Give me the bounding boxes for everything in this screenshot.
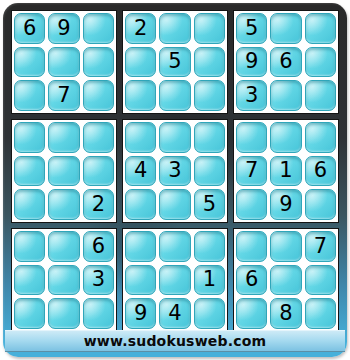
- sudoku-cell[interactable]: [305, 13, 336, 44]
- sudoku-cell[interactable]: [236, 231, 267, 262]
- sudoku-cell[interactable]: [159, 231, 190, 262]
- sudoku-cell[interactable]: [14, 156, 45, 187]
- sudoku-box: 194: [122, 228, 228, 332]
- sudoku-cell[interactable]: 7: [48, 80, 79, 111]
- sudoku-cell[interactable]: [14, 298, 45, 329]
- sudoku-cell[interactable]: [270, 80, 301, 111]
- sudoku-box: 7169: [233, 119, 339, 223]
- sudoku-cell[interactable]: 4: [125, 156, 156, 187]
- sudoku-cell[interactable]: [159, 80, 190, 111]
- sudoku-cell[interactable]: [83, 298, 114, 329]
- sudoku-cell[interactable]: [48, 265, 79, 296]
- sudoku-cell[interactable]: [14, 231, 45, 262]
- sudoku-cell[interactable]: [83, 156, 114, 187]
- sudoku-cell[interactable]: [159, 122, 190, 153]
- sudoku-cell[interactable]: [14, 122, 45, 153]
- sudoku-cell[interactable]: 4: [159, 298, 190, 329]
- sudoku-cell[interactable]: [125, 189, 156, 220]
- sudoku-cell[interactable]: 1: [270, 156, 301, 187]
- sudoku-cell[interactable]: [83, 80, 114, 111]
- sudoku-cell[interactable]: 9: [125, 298, 156, 329]
- sudoku-cell[interactable]: [125, 80, 156, 111]
- sudoku-board: 6972559632435716963194768: [11, 10, 339, 332]
- sudoku-cell[interactable]: [14, 80, 45, 111]
- sudoku-cell[interactable]: [83, 47, 114, 78]
- sudoku-cell[interactable]: [305, 122, 336, 153]
- sudoku-cell[interactable]: [194, 80, 225, 111]
- sudoku-cell[interactable]: [236, 298, 267, 329]
- sudoku-cell[interactable]: [270, 122, 301, 153]
- sudoku-cell[interactable]: [194, 13, 225, 44]
- sudoku-cell[interactable]: 2: [125, 13, 156, 44]
- sudoku-cell[interactable]: [305, 265, 336, 296]
- sudoku-cell[interactable]: [305, 47, 336, 78]
- sudoku-cell[interactable]: 3: [83, 265, 114, 296]
- sudoku-page: 6972559632435716963194768 www.sudokusweb…: [0, 0, 350, 360]
- sudoku-app-frame: 6972559632435716963194768 www.sudokusweb…: [3, 3, 347, 357]
- sudoku-cell[interactable]: [125, 47, 156, 78]
- sudoku-cell[interactable]: 6: [83, 231, 114, 262]
- sudoku-cell[interactable]: 5: [194, 189, 225, 220]
- sudoku-cell[interactable]: 2: [83, 189, 114, 220]
- sudoku-cell[interactable]: [14, 265, 45, 296]
- sudoku-cell[interactable]: [83, 122, 114, 153]
- sudoku-cell[interactable]: 5: [236, 13, 267, 44]
- sudoku-cell[interactable]: 3: [236, 80, 267, 111]
- sudoku-cell[interactable]: 7: [236, 156, 267, 187]
- sudoku-cell[interactable]: [194, 47, 225, 78]
- sudoku-cell[interactable]: [159, 13, 190, 44]
- sudoku-cell[interactable]: [48, 298, 79, 329]
- sudoku-cell[interactable]: [194, 298, 225, 329]
- sudoku-cell[interactable]: [125, 122, 156, 153]
- footer-bar: www.sudokusweb.com: [5, 330, 345, 352]
- sudoku-cell[interactable]: [305, 189, 336, 220]
- sudoku-cell[interactable]: [83, 13, 114, 44]
- sudoku-cell[interactable]: 9: [236, 47, 267, 78]
- sudoku-cell[interactable]: [270, 265, 301, 296]
- sudoku-box: 63: [11, 228, 117, 332]
- sudoku-cell[interactable]: 5: [159, 47, 190, 78]
- sudoku-cell[interactable]: [236, 189, 267, 220]
- sudoku-cell[interactable]: [48, 47, 79, 78]
- sudoku-cell[interactable]: 6: [305, 156, 336, 187]
- sudoku-cell[interactable]: [194, 122, 225, 153]
- sudoku-cell[interactable]: [270, 231, 301, 262]
- sudoku-box: 768: [233, 228, 339, 332]
- sudoku-cell[interactable]: [159, 265, 190, 296]
- sudoku-cell[interactable]: [48, 122, 79, 153]
- sudoku-cell[interactable]: 6: [14, 13, 45, 44]
- sudoku-cell[interactable]: [159, 189, 190, 220]
- sudoku-cell[interactable]: [236, 122, 267, 153]
- sudoku-box: 697: [11, 10, 117, 114]
- sudoku-cell[interactable]: 9: [270, 189, 301, 220]
- sudoku-cell[interactable]: [305, 80, 336, 111]
- sudoku-cell[interactable]: [48, 189, 79, 220]
- sudoku-box: 25: [122, 10, 228, 114]
- sudoku-cell[interactable]: 8: [270, 298, 301, 329]
- sudoku-box: 435: [122, 119, 228, 223]
- sudoku-box: 2: [11, 119, 117, 223]
- sudoku-cell[interactable]: [48, 231, 79, 262]
- sudoku-cell[interactable]: 9: [48, 13, 79, 44]
- sudoku-cell[interactable]: 7: [305, 231, 336, 262]
- sudoku-cell[interactable]: [48, 156, 79, 187]
- sudoku-cell[interactable]: [270, 13, 301, 44]
- sudoku-cell[interactable]: [194, 231, 225, 262]
- sudoku-cell[interactable]: 1: [194, 265, 225, 296]
- sudoku-cell[interactable]: [14, 47, 45, 78]
- sudoku-cell[interactable]: [194, 156, 225, 187]
- sudoku-cell[interactable]: [125, 231, 156, 262]
- site-url-link[interactable]: www.sudokusweb.com: [84, 333, 267, 349]
- sudoku-cell[interactable]: 6: [236, 265, 267, 296]
- sudoku-box: 5963: [233, 10, 339, 114]
- sudoku-cell[interactable]: [305, 298, 336, 329]
- sudoku-cell[interactable]: [125, 265, 156, 296]
- sudoku-cell[interactable]: 3: [159, 156, 190, 187]
- sudoku-cell[interactable]: 6: [270, 47, 301, 78]
- sudoku-cell[interactable]: [14, 189, 45, 220]
